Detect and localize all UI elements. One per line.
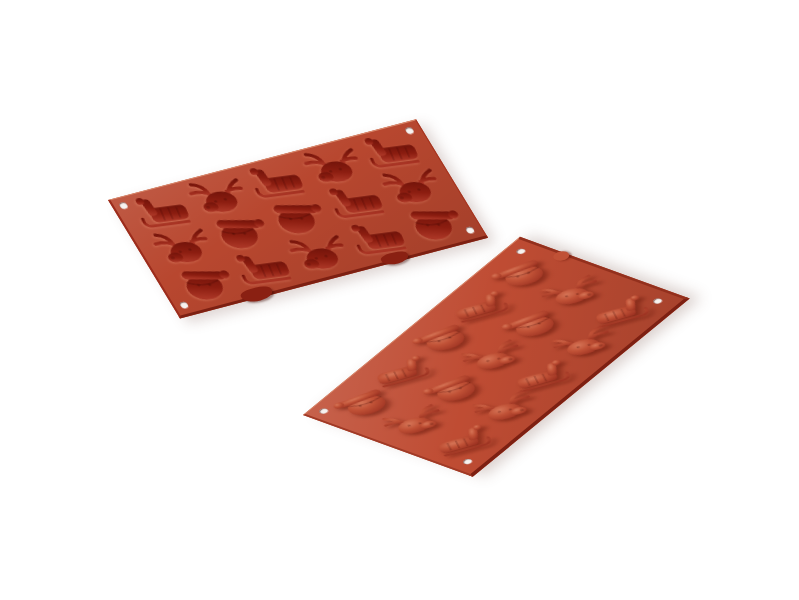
front-mold-bump-grid	[319, 249, 667, 465]
bump-underside-knob	[550, 250, 572, 263]
back-mold	[108, 119, 488, 318]
product-photo-canvas	[0, 0, 799, 600]
front-mold	[303, 237, 690, 477]
back-mold-cavity-grid	[121, 125, 474, 308]
